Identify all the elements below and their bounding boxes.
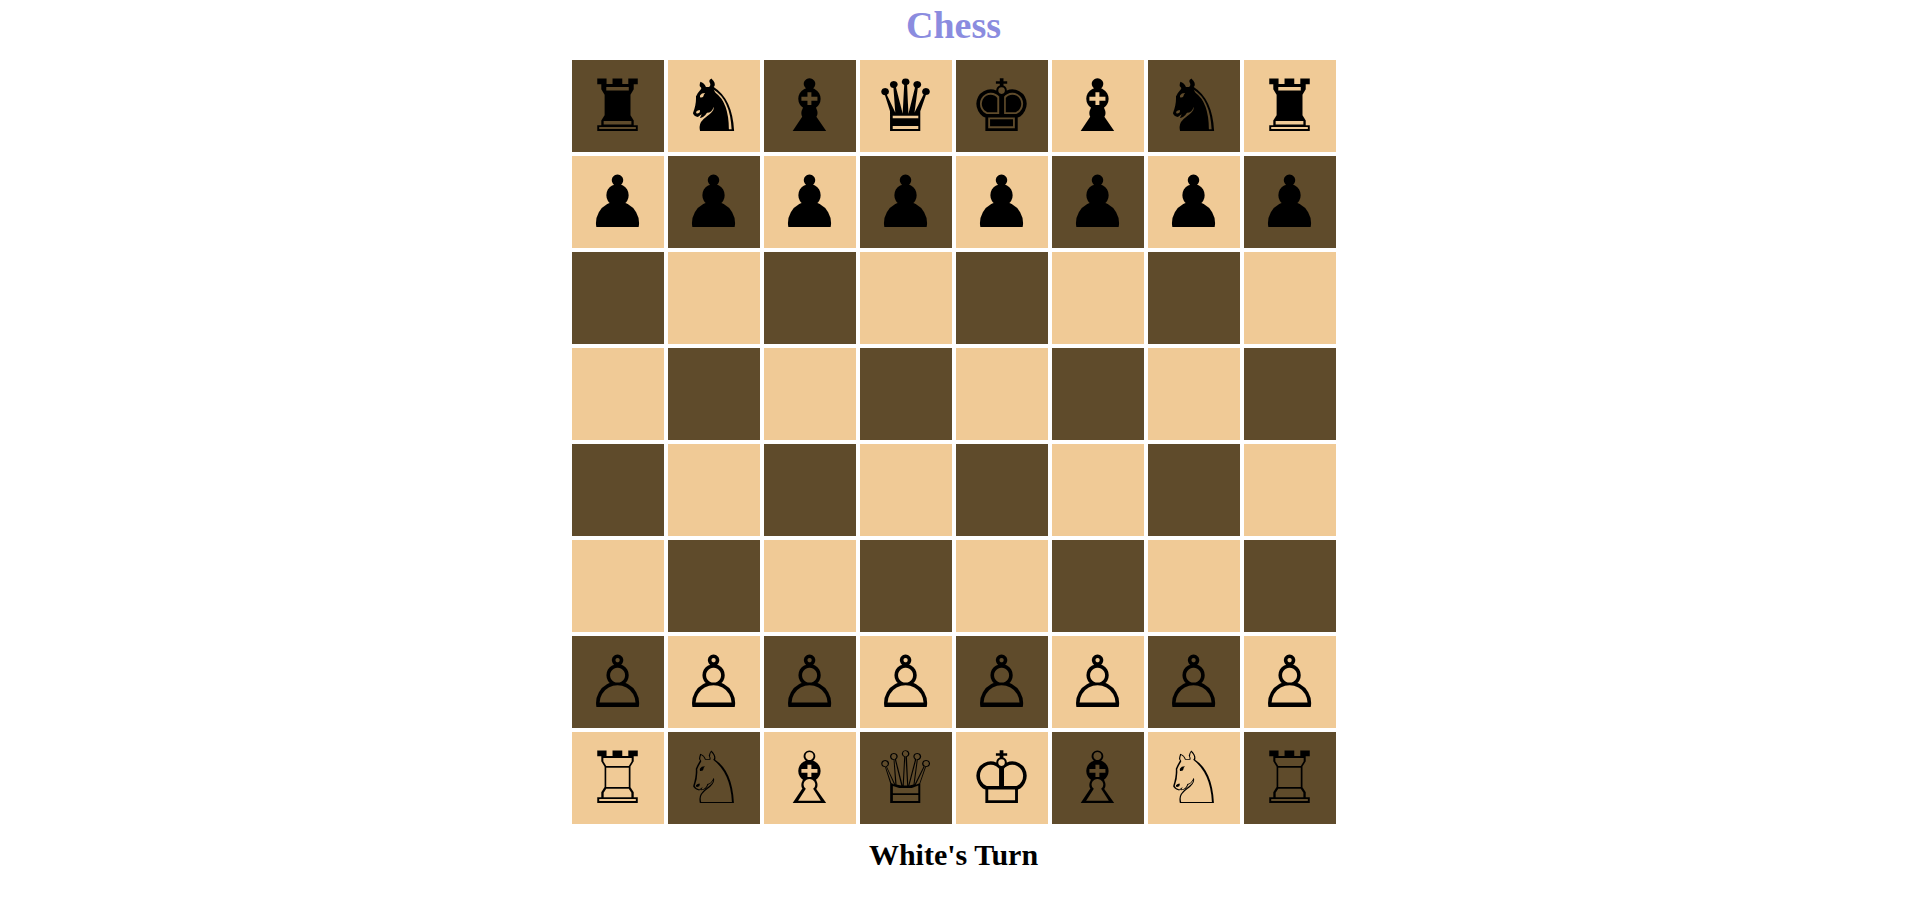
square-e3[interactable] <box>956 540 1048 632</box>
square-f7[interactable]: ♟ <box>1052 156 1144 248</box>
square-c2[interactable]: ♙ <box>764 636 856 728</box>
square-a3[interactable] <box>572 540 664 632</box>
white-pawn[interactable]: ♙ <box>681 646 746 718</box>
white-pawn[interactable]: ♙ <box>1065 646 1130 718</box>
page-title: Chess <box>906 6 1001 46</box>
square-e8[interactable]: ♚ <box>956 60 1048 152</box>
black-pawn[interactable]: ♟ <box>585 166 650 238</box>
square-d8[interactable]: ♛ <box>860 60 952 152</box>
square-h3[interactable] <box>1244 540 1336 632</box>
square-b7[interactable]: ♟ <box>668 156 760 248</box>
square-d7[interactable]: ♟ <box>860 156 952 248</box>
turn-indicator: White's Turn <box>869 838 1038 872</box>
square-f1[interactable]: ♗ <box>1052 732 1144 824</box>
square-b1[interactable]: ♘ <box>668 732 760 824</box>
square-a8[interactable]: ♜ <box>572 60 664 152</box>
square-h4[interactable] <box>1244 444 1336 536</box>
black-rook[interactable]: ♜ <box>1257 70 1322 142</box>
square-f3[interactable] <box>1052 540 1144 632</box>
white-rook[interactable]: ♖ <box>585 742 650 814</box>
black-pawn[interactable]: ♟ <box>1065 166 1130 238</box>
square-c1[interactable]: ♗ <box>764 732 856 824</box>
black-pawn[interactable]: ♟ <box>1257 166 1322 238</box>
white-pawn[interactable]: ♙ <box>873 646 938 718</box>
white-bishop[interactable]: ♗ <box>1065 742 1130 814</box>
square-e7[interactable]: ♟ <box>956 156 1048 248</box>
white-pawn[interactable]: ♙ <box>777 646 842 718</box>
square-g4[interactable] <box>1148 444 1240 536</box>
square-g6[interactable] <box>1148 252 1240 344</box>
black-pawn[interactable]: ♟ <box>969 166 1034 238</box>
square-h1[interactable]: ♖ <box>1244 732 1336 824</box>
square-a7[interactable]: ♟ <box>572 156 664 248</box>
square-d3[interactable] <box>860 540 952 632</box>
square-b2[interactable]: ♙ <box>668 636 760 728</box>
black-knight[interactable]: ♞ <box>1161 70 1226 142</box>
square-f8[interactable]: ♝ <box>1052 60 1144 152</box>
black-rook[interactable]: ♜ <box>585 70 650 142</box>
black-queen[interactable]: ♛ <box>873 70 938 142</box>
square-d1[interactable]: ♕ <box>860 732 952 824</box>
square-b5[interactable] <box>668 348 760 440</box>
square-f2[interactable]: ♙ <box>1052 636 1144 728</box>
square-e4[interactable] <box>956 444 1048 536</box>
square-g2[interactable]: ♙ <box>1148 636 1240 728</box>
square-b6[interactable] <box>668 252 760 344</box>
white-pawn[interactable]: ♙ <box>1257 646 1322 718</box>
square-h8[interactable]: ♜ <box>1244 60 1336 152</box>
square-e2[interactable]: ♙ <box>956 636 1048 728</box>
square-a2[interactable]: ♙ <box>572 636 664 728</box>
square-d2[interactable]: ♙ <box>860 636 952 728</box>
square-g3[interactable] <box>1148 540 1240 632</box>
chess-board: ♜♞♝♛♚♝♞♜♟♟♟♟♟♟♟♟♙♙♙♙♙♙♙♙♖♘♗♕♔♗♘♖ <box>572 60 1336 824</box>
chess-app: Chess ♜♞♝♛♚♝♞♜♟♟♟♟♟♟♟♟♙♙♙♙♙♙♙♙♖♘♗♕♔♗♘♖ W… <box>0 0 1907 872</box>
white-pawn[interactable]: ♙ <box>969 646 1034 718</box>
square-c5[interactable] <box>764 348 856 440</box>
square-g8[interactable]: ♞ <box>1148 60 1240 152</box>
square-h7[interactable]: ♟ <box>1244 156 1336 248</box>
square-a6[interactable] <box>572 252 664 344</box>
square-e5[interactable] <box>956 348 1048 440</box>
white-queen[interactable]: ♕ <box>873 742 938 814</box>
black-pawn[interactable]: ♟ <box>681 166 746 238</box>
black-bishop[interactable]: ♝ <box>1065 70 1130 142</box>
square-a5[interactable] <box>572 348 664 440</box>
black-pawn[interactable]: ♟ <box>1161 166 1226 238</box>
square-h2[interactable]: ♙ <box>1244 636 1336 728</box>
square-b8[interactable]: ♞ <box>668 60 760 152</box>
square-f5[interactable] <box>1052 348 1144 440</box>
white-bishop[interactable]: ♗ <box>777 742 842 814</box>
white-knight[interactable]: ♘ <box>1161 742 1226 814</box>
square-h5[interactable] <box>1244 348 1336 440</box>
square-g5[interactable] <box>1148 348 1240 440</box>
square-d6[interactable] <box>860 252 952 344</box>
square-e6[interactable] <box>956 252 1048 344</box>
black-knight[interactable]: ♞ <box>681 70 746 142</box>
square-g7[interactable]: ♟ <box>1148 156 1240 248</box>
black-king[interactable]: ♚ <box>969 70 1034 142</box>
square-c7[interactable]: ♟ <box>764 156 856 248</box>
square-d5[interactable] <box>860 348 952 440</box>
square-c8[interactable]: ♝ <box>764 60 856 152</box>
square-a1[interactable]: ♖ <box>572 732 664 824</box>
black-pawn[interactable]: ♟ <box>873 166 938 238</box>
square-h6[interactable] <box>1244 252 1336 344</box>
white-rook[interactable]: ♖ <box>1257 742 1322 814</box>
black-pawn[interactable]: ♟ <box>777 166 842 238</box>
square-b4[interactable] <box>668 444 760 536</box>
square-c6[interactable] <box>764 252 856 344</box>
white-king[interactable]: ♔ <box>969 742 1034 814</box>
white-pawn[interactable]: ♙ <box>1161 646 1226 718</box>
square-d4[interactable] <box>860 444 952 536</box>
square-c4[interactable] <box>764 444 856 536</box>
square-f6[interactable] <box>1052 252 1144 344</box>
square-f4[interactable] <box>1052 444 1144 536</box>
white-pawn[interactable]: ♙ <box>585 646 650 718</box>
black-bishop[interactable]: ♝ <box>777 70 842 142</box>
square-c3[interactable] <box>764 540 856 632</box>
white-knight[interactable]: ♘ <box>681 742 746 814</box>
square-b3[interactable] <box>668 540 760 632</box>
square-g1[interactable]: ♘ <box>1148 732 1240 824</box>
square-e1[interactable]: ♔ <box>956 732 1048 824</box>
square-a4[interactable] <box>572 444 664 536</box>
